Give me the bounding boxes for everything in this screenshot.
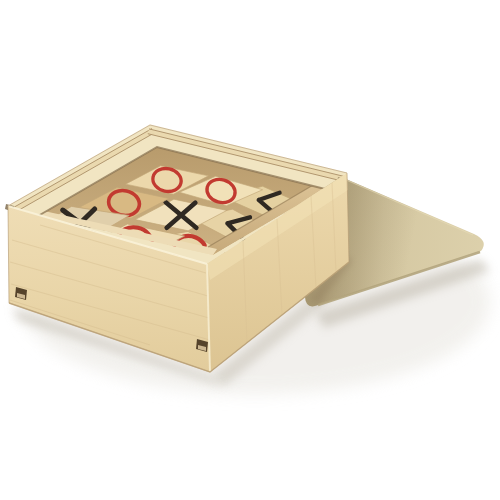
product-photo [0, 0, 500, 500]
